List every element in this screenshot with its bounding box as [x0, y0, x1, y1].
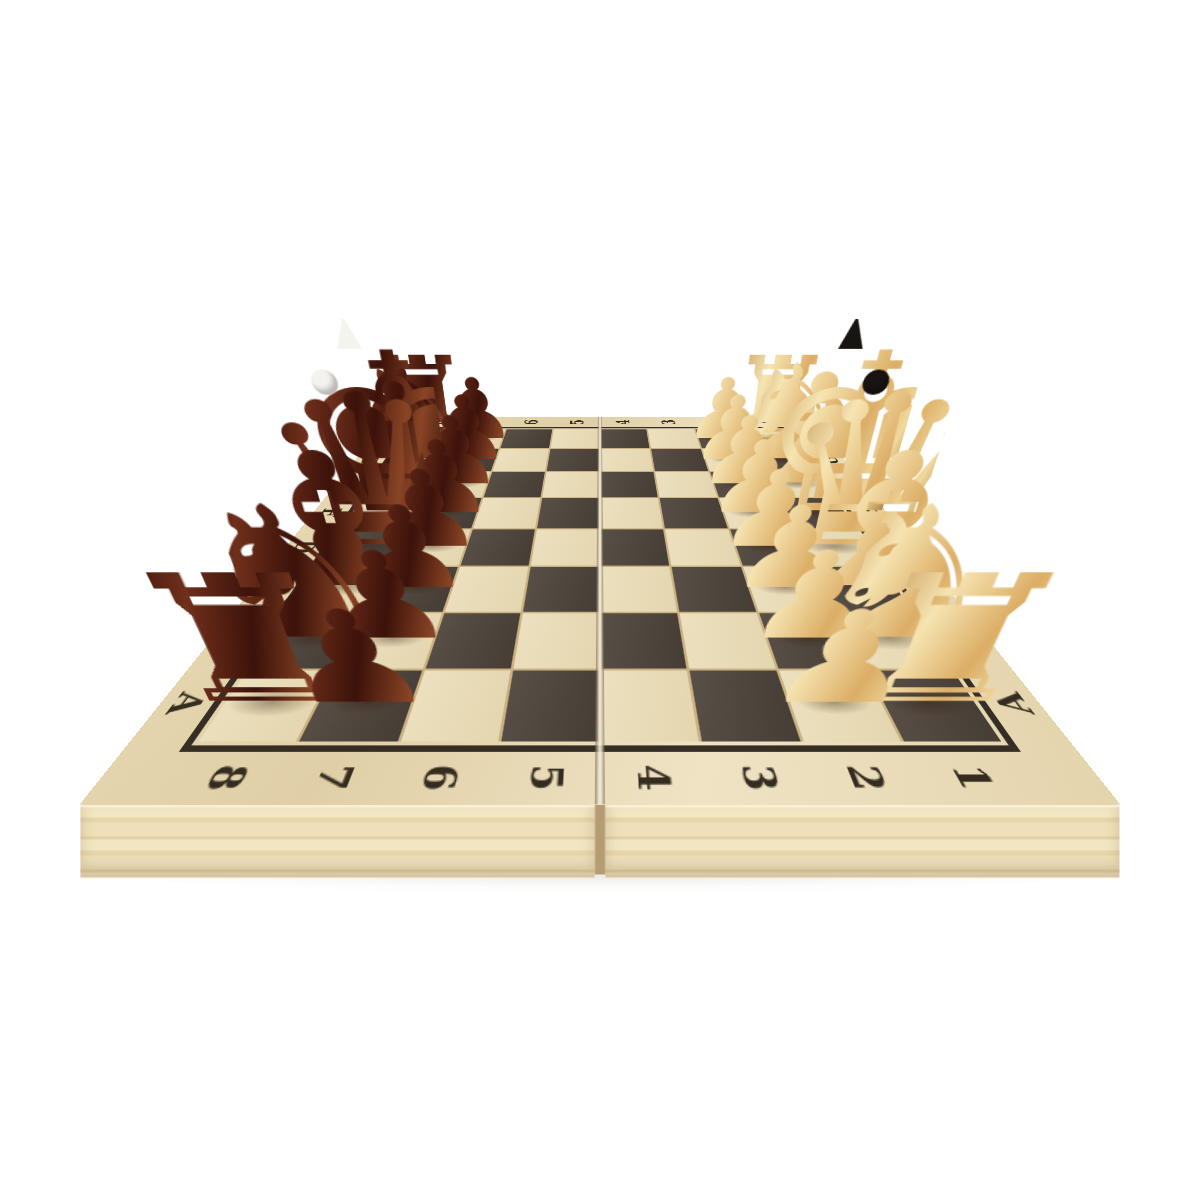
rank-label-near-7: 7	[303, 764, 364, 791]
rank-label-near-4: 4	[628, 764, 680, 791]
box-front-side	[80, 803, 1119, 874]
rank-label-far-4: 4	[612, 420, 634, 425]
box-front-seam	[595, 803, 605, 874]
box-front-right-half	[605, 803, 1119, 877]
rank-label-near-2: 2	[836, 764, 897, 791]
box-front-left-half	[80, 803, 594, 877]
rank-label-far-5: 5	[566, 420, 588, 425]
rank-label-near-8: 8	[194, 764, 260, 791]
rank-label-near-5: 5	[520, 764, 572, 791]
rank-label-near-1: 1	[940, 764, 1006, 791]
scene: 8765432187654321ABCDEFGHABCDEFGH♜♞♝♛♚♝♞♜…	[0, 0, 1200, 1200]
product-photo: 8765432187654321ABCDEFGHABCDEFGH♜♞♝♛♚♝♞♜…	[0, 0, 1200, 1200]
chess-board: 8765432187654321ABCDEFGHABCDEFGH♜♞♝♛♚♝♞♜…	[79, 417, 1121, 805]
rank-label-near-6: 6	[411, 764, 468, 791]
rank-label-near-3: 3	[732, 764, 789, 791]
